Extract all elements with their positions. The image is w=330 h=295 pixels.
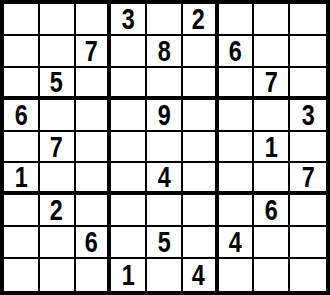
cell-r9c4: 1 [111,259,147,291]
cell-r3c1[interactable] [4,68,40,100]
cell-r3c8: 7 [254,68,290,100]
cell-r4c5: 9 [147,100,183,132]
cell-r1c9[interactable] [290,4,326,36]
cell-r7c6[interactable] [183,195,219,227]
cell-r2c4[interactable] [111,36,147,68]
cell-r9c6: 4 [183,259,219,291]
given-digit: 8 [157,36,170,66]
cell-r5c3[interactable] [76,132,112,164]
cell-r9c9[interactable] [290,259,326,291]
given-digit: 7 [50,132,63,162]
cell-r2c6[interactable] [183,36,219,68]
cell-r1c3[interactable] [76,4,112,36]
given-digit: 6 [85,227,98,257]
cell-r4c9: 3 [290,100,326,132]
cell-r9c1[interactable] [4,259,40,291]
given-digit: 7 [302,163,315,192]
cell-r7c2: 2 [40,195,76,227]
cell-r2c2[interactable] [40,36,76,68]
cell-r2c3: 7 [76,36,112,68]
cell-r6c5: 4 [147,163,183,195]
sudoku-board: 3278657693711472665414 [0,0,330,295]
cell-r1c7[interactable] [219,4,255,36]
given-digit: 2 [192,4,205,34]
given-digit: 7 [265,68,278,97]
given-digit: 3 [122,4,135,34]
cell-r8c4[interactable] [111,227,147,259]
cell-r7c8: 6 [254,195,290,227]
cell-r5c8: 1 [254,132,290,164]
cell-r1c2[interactable] [40,4,76,36]
cell-r1c5[interactable] [147,4,183,36]
cell-r7c4[interactable] [111,195,147,227]
given-digit: 1 [122,260,135,290]
cell-r4c6[interactable] [183,100,219,132]
cell-r2c8[interactable] [254,36,290,68]
cell-r9c8[interactable] [254,259,290,291]
cell-r5c9[interactable] [290,132,326,164]
cell-r3c6[interactable] [183,68,219,100]
given-digit: 3 [302,100,315,130]
cell-r3c5[interactable] [147,68,183,100]
given-digit: 6 [14,100,27,130]
given-digit: 4 [192,260,205,290]
cell-r4c7[interactable] [219,100,255,132]
cell-r5c5[interactable] [147,132,183,164]
cell-r3c9[interactable] [290,68,326,100]
cell-r8c9[interactable] [290,227,326,259]
cell-r8c6[interactable] [183,227,219,259]
cell-r7c5[interactable] [147,195,183,227]
given-digit: 9 [157,100,170,130]
cell-r6c4[interactable] [111,163,147,195]
cell-r8c2[interactable] [40,227,76,259]
cell-r6c7[interactable] [219,163,255,195]
given-digit: 6 [265,195,278,225]
cell-r6c3[interactable] [76,163,112,195]
cell-r7c9[interactable] [290,195,326,227]
cell-r8c1[interactable] [4,227,40,259]
cell-r4c8[interactable] [254,100,290,132]
given-digit: 1 [265,132,278,162]
given-digit: 4 [157,163,170,192]
cell-r2c9[interactable] [290,36,326,68]
cell-r7c3[interactable] [76,195,112,227]
cell-r8c3: 6 [76,227,112,259]
cell-r6c1: 1 [4,163,40,195]
cell-r9c7[interactable] [219,259,255,291]
cell-r4c4[interactable] [111,100,147,132]
given-digit: 1 [14,163,27,192]
cell-r7c7[interactable] [219,195,255,227]
cell-r1c1[interactable] [4,4,40,36]
cell-r8c5: 5 [147,227,183,259]
cell-r4c3[interactable] [76,100,112,132]
cell-r4c1: 6 [4,100,40,132]
cell-r3c4[interactable] [111,68,147,100]
cell-r2c1[interactable] [4,36,40,68]
cell-r3c2: 5 [40,68,76,100]
cell-r6c2[interactable] [40,163,76,195]
cell-r6c6[interactable] [183,163,219,195]
cell-r9c2[interactable] [40,259,76,291]
cell-r5c7[interactable] [219,132,255,164]
given-digit: 7 [85,36,98,66]
cell-r3c7[interactable] [219,68,255,100]
cell-r9c5[interactable] [147,259,183,291]
cell-r7c1[interactable] [4,195,40,227]
cell-r1c4: 3 [111,4,147,36]
given-digit: 4 [229,227,242,257]
cell-r6c8[interactable] [254,163,290,195]
cell-r9c3[interactable] [76,259,112,291]
cell-r1c8[interactable] [254,4,290,36]
cell-r5c1[interactable] [4,132,40,164]
cell-r2c5: 8 [147,36,183,68]
cell-r5c4[interactable] [111,132,147,164]
cell-r3c3[interactable] [76,68,112,100]
cell-r5c6[interactable] [183,132,219,164]
given-digit: 5 [50,68,63,97]
cell-r4c2[interactable] [40,100,76,132]
cell-r1c6: 2 [183,4,219,36]
cell-r2c7: 6 [219,36,255,68]
cell-r5c2: 7 [40,132,76,164]
cell-r8c8[interactable] [254,227,290,259]
given-digit: 5 [157,227,170,257]
given-digit: 2 [50,195,63,225]
given-digit: 6 [229,36,242,66]
cell-r6c9: 7 [290,163,326,195]
cell-r8c7: 4 [219,227,255,259]
